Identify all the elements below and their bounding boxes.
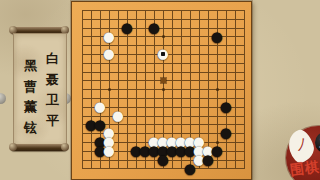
board-stones-layer: ●●●●●●●●●●●●●●●●●●●●●●●●●●●●●●●●●●●●● xyxy=(72,2,251,179)
white-stone[interactable]: ● xyxy=(95,102,105,112)
star-point xyxy=(108,88,111,91)
white-stone[interactable]: ● xyxy=(104,146,114,156)
star-point xyxy=(216,88,219,91)
scroll-rod-knob-left xyxy=(0,93,6,104)
black-stone[interactable]: ● xyxy=(203,155,213,165)
white-player-name: 白聂卫平 xyxy=(44,49,61,131)
black-stone[interactable]: ● xyxy=(149,23,159,33)
logo-black-stone-icon: 九 xyxy=(315,132,320,153)
black-stone[interactable]: ● xyxy=(158,155,168,165)
scroll-roller-bottom xyxy=(11,144,67,151)
black-player-name: 黑曹薰铉 xyxy=(22,56,39,138)
scroll-knob-icon xyxy=(9,143,17,151)
black-stone[interactable]: ● xyxy=(212,31,222,41)
video-frame: 白聂卫平 黑曹薰铉 ●●●●●●●●●●●●●●●●●●●●●●●●●●●●●●… xyxy=(0,0,320,180)
square-marker xyxy=(161,78,166,83)
star-point xyxy=(162,35,165,38)
black-stone[interactable]: ● xyxy=(185,163,195,173)
last-move-marker xyxy=(161,52,164,55)
logo-stroke: ノ xyxy=(292,134,311,156)
scroll-knob-icon xyxy=(61,143,69,151)
players-scroll: 白聂卫平 黑曹薰铉 xyxy=(11,27,67,151)
black-stone[interactable]: ● xyxy=(221,128,231,138)
star-point xyxy=(162,88,165,91)
white-stone[interactable]: ● xyxy=(113,111,123,121)
logo-script-text: 围棋 xyxy=(289,158,320,180)
scroll-paper: 白聂卫平 黑曹薰铉 xyxy=(13,33,67,147)
channel-logo: ノ 九 围棋 xyxy=(286,126,320,180)
go-board[interactable]: ●●●●●●●●●●●●●●●●●●●●●●●●●●●●●●●●●●●●● xyxy=(71,1,252,180)
white-stone[interactable]: ● xyxy=(104,31,114,41)
white-stone[interactable]: ● xyxy=(104,49,114,59)
black-stone[interactable]: ● xyxy=(221,102,231,112)
black-stone[interactable]: ● xyxy=(122,23,132,33)
